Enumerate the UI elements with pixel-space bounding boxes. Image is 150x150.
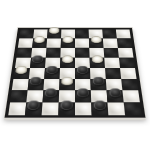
black-checker[interactable] xyxy=(45,89,56,97)
square-r2f7-light[interactable] xyxy=(103,38,118,47)
square-r6f2-dark[interactable] xyxy=(28,79,45,90)
square-r3f3-dark[interactable] xyxy=(46,48,61,58)
square-r8f7-light[interactable] xyxy=(107,102,125,115)
white-checker[interactable] xyxy=(34,36,44,42)
black-checker[interactable] xyxy=(78,89,89,97)
square-r2f8-dark[interactable] xyxy=(117,38,132,47)
square-r1f1-dark[interactable] xyxy=(19,29,34,38)
square-r8f4-dark[interactable] xyxy=(58,102,75,115)
square-r7f8-light[interactable] xyxy=(122,90,140,102)
square-r5f7-dark[interactable] xyxy=(105,68,121,79)
square-r6f4-dark[interactable] xyxy=(59,79,75,90)
square-r3f1-dark[interactable] xyxy=(16,48,32,58)
black-checker[interactable] xyxy=(61,101,72,110)
black-checker[interactable] xyxy=(30,77,41,85)
square-r5f1-dark[interactable] xyxy=(13,68,30,79)
square-r1f8-light[interactable] xyxy=(116,29,131,38)
square-r8f1-light[interactable] xyxy=(8,102,26,115)
square-r1f7-dark[interactable] xyxy=(102,29,117,38)
black-checker[interactable] xyxy=(94,101,106,110)
square-r4f6-dark[interactable] xyxy=(90,58,105,68)
board-edge xyxy=(4,118,146,121)
black-checker[interactable] xyxy=(32,56,43,63)
black-checker[interactable] xyxy=(47,66,58,73)
square-r8f3-light[interactable] xyxy=(42,102,59,115)
square-r7f1-dark[interactable] xyxy=(10,90,28,102)
square-r6f8-dark[interactable] xyxy=(121,79,138,90)
square-r3f7-dark[interactable] xyxy=(104,48,119,58)
black-checker[interactable] xyxy=(110,89,122,97)
square-r4f4-dark[interactable] xyxy=(60,58,75,68)
white-checker[interactable] xyxy=(92,56,103,63)
square-r5f5-dark[interactable] xyxy=(75,68,90,79)
square-r2f2-dark[interactable] xyxy=(32,38,47,47)
checkers-board xyxy=(5,28,146,118)
square-r7f3-dark[interactable] xyxy=(43,90,60,102)
white-checker[interactable] xyxy=(91,36,101,42)
square-r2f3-light[interactable] xyxy=(46,38,61,47)
white-checker[interactable] xyxy=(62,56,72,63)
square-r2f4-dark[interactable] xyxy=(61,38,75,47)
white-checker[interactable] xyxy=(16,66,27,73)
square-r5f8-light[interactable] xyxy=(120,68,137,79)
square-r3f5-dark[interactable] xyxy=(75,48,90,58)
white-checker[interactable] xyxy=(63,36,73,42)
black-checker[interactable] xyxy=(77,66,88,73)
square-r3f8-light[interactable] xyxy=(118,48,134,58)
white-checker[interactable] xyxy=(62,77,73,85)
square-r6f6-dark[interactable] xyxy=(90,79,106,90)
square-r1f3-dark[interactable] xyxy=(47,29,61,38)
square-r7f7-dark[interactable] xyxy=(107,90,124,102)
white-checker[interactable] xyxy=(49,27,59,33)
product-photo xyxy=(0,0,150,150)
square-r8f6-dark[interactable] xyxy=(91,102,108,115)
square-r4f7-light[interactable] xyxy=(104,58,120,68)
square-r8f5-light[interactable] xyxy=(75,102,92,115)
square-r2f5-light[interactable] xyxy=(75,38,89,47)
square-r8f8-dark[interactable] xyxy=(124,102,142,115)
square-r7f5-dark[interactable] xyxy=(75,90,91,102)
square-r2f6-dark[interactable] xyxy=(89,38,104,47)
black-checker[interactable] xyxy=(93,77,104,85)
square-r6f1-light[interactable] xyxy=(12,79,29,90)
square-r2f1-light[interactable] xyxy=(18,38,33,47)
board-scene xyxy=(5,28,146,118)
square-r5f3-dark[interactable] xyxy=(44,68,60,79)
square-r4f8-dark[interactable] xyxy=(119,58,135,68)
square-r8f2-dark[interactable] xyxy=(25,102,43,115)
square-r4f2-dark[interactable] xyxy=(30,58,46,68)
black-checker[interactable] xyxy=(27,101,39,110)
square-r1f5-dark[interactable] xyxy=(75,29,89,38)
